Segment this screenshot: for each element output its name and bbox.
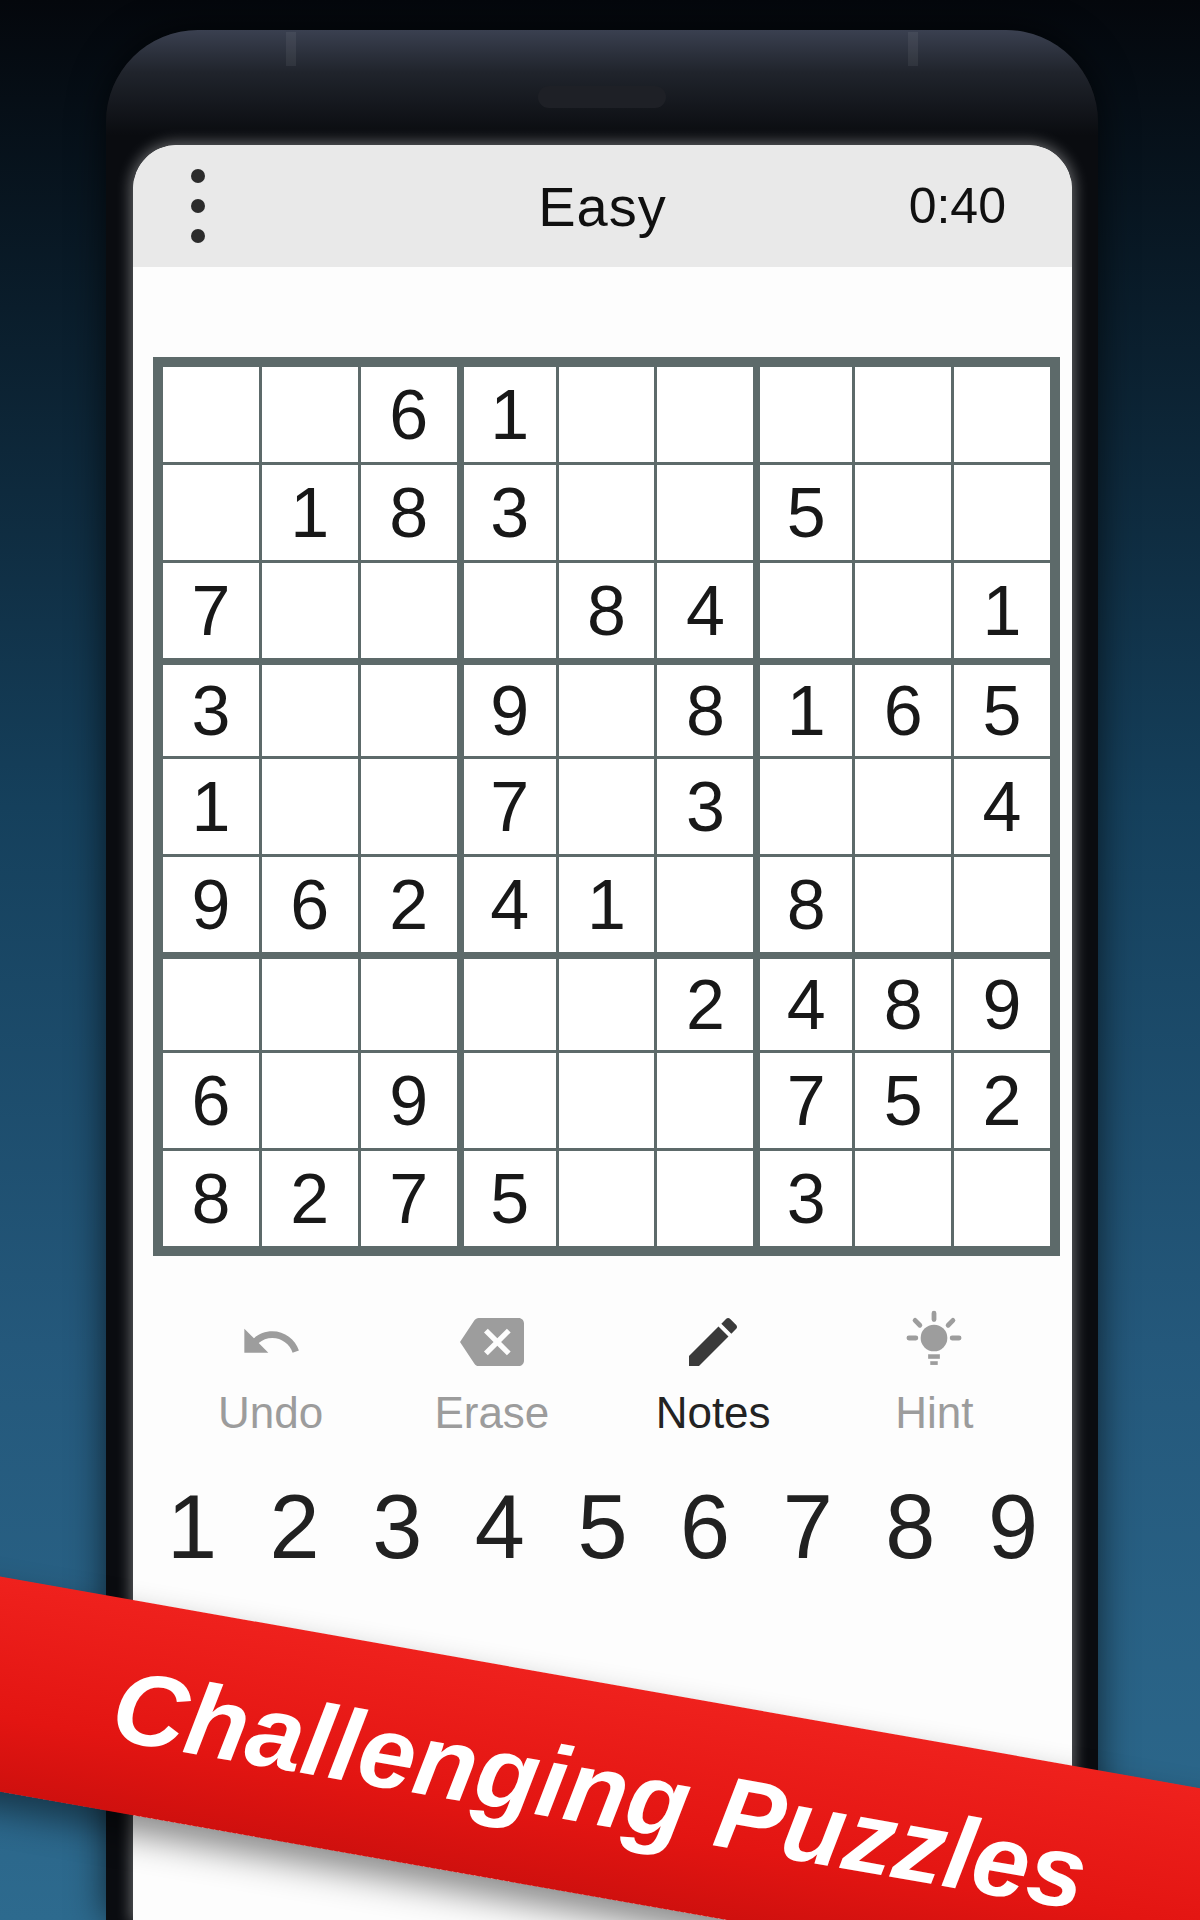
sudoku-cell[interactable] (756, 759, 852, 854)
numpad-digit[interactable]: 9 (981, 1476, 1045, 1579)
pencil-icon (681, 1310, 745, 1374)
sudoku-cell[interactable] (657, 465, 753, 560)
antenna-seam (908, 32, 918, 66)
sudoku-cell[interactable]: 5 (460, 1151, 556, 1246)
sudoku-cell[interactable]: 8 (657, 661, 753, 756)
sudoku-cell[interactable] (559, 955, 655, 1050)
hint-label: Hint (895, 1388, 973, 1438)
sudoku-cell[interactable] (262, 367, 358, 462)
sudoku-cell[interactable] (361, 563, 457, 658)
sudoku-cell[interactable] (855, 367, 951, 462)
sudoku-cell[interactable]: 4 (954, 759, 1050, 854)
toolbar: Undo Erase Notes (160, 1310, 1045, 1438)
sudoku-cell[interactable]: 7 (756, 1053, 852, 1148)
sudoku-cell[interactable]: 8 (756, 857, 852, 952)
earpiece-speaker (538, 86, 666, 108)
sudoku-cell[interactable] (460, 563, 556, 658)
sudoku-cell[interactable]: 5 (756, 465, 852, 560)
numpad-digit[interactable]: 1 (160, 1476, 224, 1579)
sudoku-cell[interactable]: 1 (756, 661, 852, 756)
difficulty-title: Easy (538, 174, 667, 239)
sudoku-cell[interactable] (559, 661, 655, 756)
sudoku-cell[interactable]: 3 (460, 465, 556, 560)
sudoku-cell[interactable] (855, 857, 951, 952)
sudoku-cell[interactable]: 8 (163, 1151, 259, 1246)
sudoku-cell[interactable] (954, 465, 1050, 560)
numpad-digit[interactable]: 2 (263, 1476, 327, 1579)
sudoku-cell[interactable]: 8 (855, 955, 951, 1050)
sudoku-cell[interactable]: 6 (163, 1053, 259, 1148)
sudoku-cell[interactable]: 2 (262, 1151, 358, 1246)
undo-arrow-icon (239, 1310, 303, 1374)
undo-label: Undo (218, 1388, 323, 1438)
backspace-icon (460, 1310, 524, 1374)
notes-label: Notes (656, 1388, 771, 1438)
sudoku-cell[interactable]: 5 (954, 661, 1050, 756)
sudoku-cell[interactable]: 2 (657, 955, 753, 1050)
sudoku-cell[interactable]: 7 (163, 563, 259, 658)
sudoku-cell[interactable]: 7 (361, 1151, 457, 1246)
sudoku-cell[interactable]: 3 (163, 661, 259, 756)
sudoku-cell[interactable]: 9 (954, 955, 1050, 1050)
numpad-digit[interactable]: 7 (776, 1476, 840, 1579)
sudoku-cell[interactable]: 3 (657, 759, 753, 854)
sudoku-cell[interactable] (361, 955, 457, 1050)
sudoku-cell[interactable]: 9 (163, 857, 259, 952)
numpad-digit[interactable]: 8 (878, 1476, 942, 1579)
sudoku-cell[interactable] (361, 661, 457, 756)
sudoku-cell[interactable] (855, 1151, 951, 1246)
sudoku-cell[interactable] (262, 955, 358, 1050)
sudoku-cell[interactable] (361, 759, 457, 854)
sudoku-cell[interactable]: 9 (460, 661, 556, 756)
sudoku-cell[interactable]: 2 (361, 857, 457, 952)
sudoku-cell[interactable]: 2 (954, 1053, 1050, 1148)
sudoku-cell[interactable] (460, 1053, 556, 1148)
undo-button[interactable]: Undo (160, 1310, 381, 1438)
sudoku-cell[interactable] (559, 759, 655, 854)
sudoku-cell[interactable] (163, 465, 259, 560)
sudoku-cell[interactable]: 8 (559, 563, 655, 658)
sudoku-cell[interactable] (163, 955, 259, 1050)
sudoku-cell[interactable]: 6 (855, 661, 951, 756)
sudoku-cell[interactable] (262, 661, 358, 756)
sudoku-cell[interactable]: 4 (756, 955, 852, 1050)
numpad-digit[interactable]: 6 (673, 1476, 737, 1579)
sudoku-cell[interactable] (954, 857, 1050, 952)
sudoku-cell[interactable] (657, 857, 753, 952)
antenna-seam (286, 32, 296, 66)
sudoku-cell[interactable] (954, 367, 1050, 462)
sudoku-cell[interactable] (460, 955, 556, 1050)
sudoku-cell[interactable]: 5 (855, 1053, 951, 1148)
sudoku-cell[interactable] (559, 1053, 655, 1148)
numpad-digit[interactable]: 5 (571, 1476, 635, 1579)
sudoku-cell[interactable] (657, 1151, 753, 1246)
sudoku-cell[interactable] (163, 367, 259, 462)
sudoku-cell[interactable] (657, 1053, 753, 1148)
sudoku-cell[interactable] (262, 1053, 358, 1148)
sudoku-cell[interactable] (855, 563, 951, 658)
erase-label: Erase (434, 1388, 549, 1438)
sudoku-cell[interactable]: 4 (460, 857, 556, 952)
sudoku-cell[interactable] (855, 759, 951, 854)
sudoku-cell[interactable]: 1 (954, 563, 1050, 658)
sudoku-cell[interactable]: 6 (361, 367, 457, 462)
sudoku-cell[interactable]: 9 (361, 1053, 457, 1148)
sudoku-cell[interactable]: 7 (460, 759, 556, 854)
sudoku-cell[interactable]: 1 (262, 465, 358, 560)
sudoku-cell[interactable] (262, 563, 358, 658)
sudoku-cell[interactable] (262, 759, 358, 854)
sudoku-cell[interactable]: 8 (361, 465, 457, 560)
sudoku-cell[interactable]: 3 (756, 1151, 852, 1246)
number-pad: 123456789 (160, 1476, 1045, 1579)
sudoku-cell[interactable] (559, 1151, 655, 1246)
sudoku-cell[interactable]: 1 (163, 759, 259, 854)
sudoku-cell[interactable] (954, 1151, 1050, 1246)
menu-icon[interactable] (191, 169, 205, 243)
sudoku-cell[interactable] (855, 465, 951, 560)
erase-button[interactable]: Erase (381, 1310, 602, 1438)
sudoku-cell[interactable]: 6 (262, 857, 358, 952)
numpad-digit[interactable]: 3 (365, 1476, 429, 1579)
sudoku-cell[interactable]: 4 (657, 563, 753, 658)
numpad-digit[interactable]: 4 (468, 1476, 532, 1579)
sudoku-cell[interactable]: 1 (559, 857, 655, 952)
sudoku-cell[interactable] (756, 563, 852, 658)
sudoku-cell[interactable] (756, 367, 852, 462)
sudoku-cell[interactable]: 1 (460, 367, 556, 462)
timer: 0:40 (909, 177, 1006, 235)
sudoku-cell[interactable] (657, 367, 753, 462)
top-bar: Easy 0:40 (133, 145, 1072, 267)
lightbulb-icon (902, 1310, 966, 1374)
sudoku-board: 6118357841398165173496241824896975282753 (153, 357, 1060, 1256)
sudoku-cell[interactable] (559, 465, 655, 560)
notes-button[interactable]: Notes (603, 1310, 824, 1438)
sudoku-grid: 6118357841398165173496241824896975282753 (163, 367, 1050, 1246)
hint-button[interactable]: Hint (824, 1310, 1045, 1438)
sudoku-cell[interactable] (559, 367, 655, 462)
